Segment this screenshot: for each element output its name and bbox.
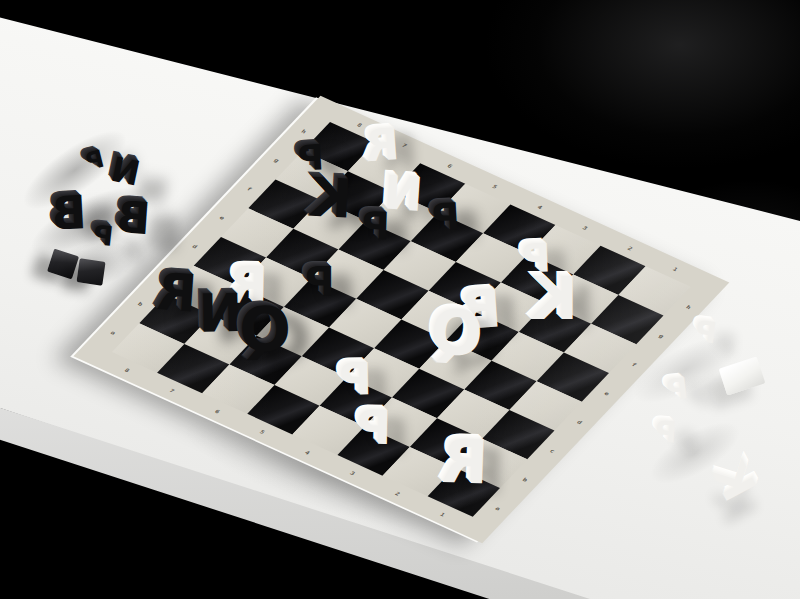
coord-label-2: 2 [626,245,634,251]
coord-label-4: 4 [536,204,544,210]
coord-label-1: 1 [672,266,680,272]
coord-label-b: b [522,476,530,482]
coord-label-e: e [219,214,227,220]
coord-label-2: 2 [394,491,402,497]
coord-label-h: h [685,304,693,310]
coord-label-d: d [576,419,584,425]
coord-label-6: 6 [214,408,222,414]
coord-label-8: 8 [356,122,364,128]
coord-label-7: 7 [401,142,409,148]
coord-label-a: a [110,329,118,335]
coord-label-g: g [658,332,666,338]
coord-label-f: f [631,361,639,367]
coord-label-5: 5 [259,429,267,435]
coord-label-b: b [137,300,145,306]
coord-label-6: 6 [446,163,454,169]
coord-label-f: f [246,185,254,191]
coord-label-5: 5 [491,183,499,189]
coord-label-3: 3 [349,470,357,476]
coord-label-c: c [164,272,172,278]
coord-label-d: d [191,243,199,249]
coord-label-c: c [549,447,557,453]
coord-label-7: 7 [168,388,176,394]
coord-label-a: a [494,505,502,511]
scene: 88hh77gg66ff55ee44dd33cc22bb11aa RPNRKRQ… [0,0,800,599]
coord-label-1: 1 [439,511,447,517]
coord-label-e: e [603,390,611,396]
coord-label-3: 3 [581,225,589,231]
coord-label-g: g [273,157,281,163]
coord-label-8: 8 [123,367,131,373]
coord-label-h: h [300,128,308,134]
coord-label-4: 4 [304,449,312,455]
